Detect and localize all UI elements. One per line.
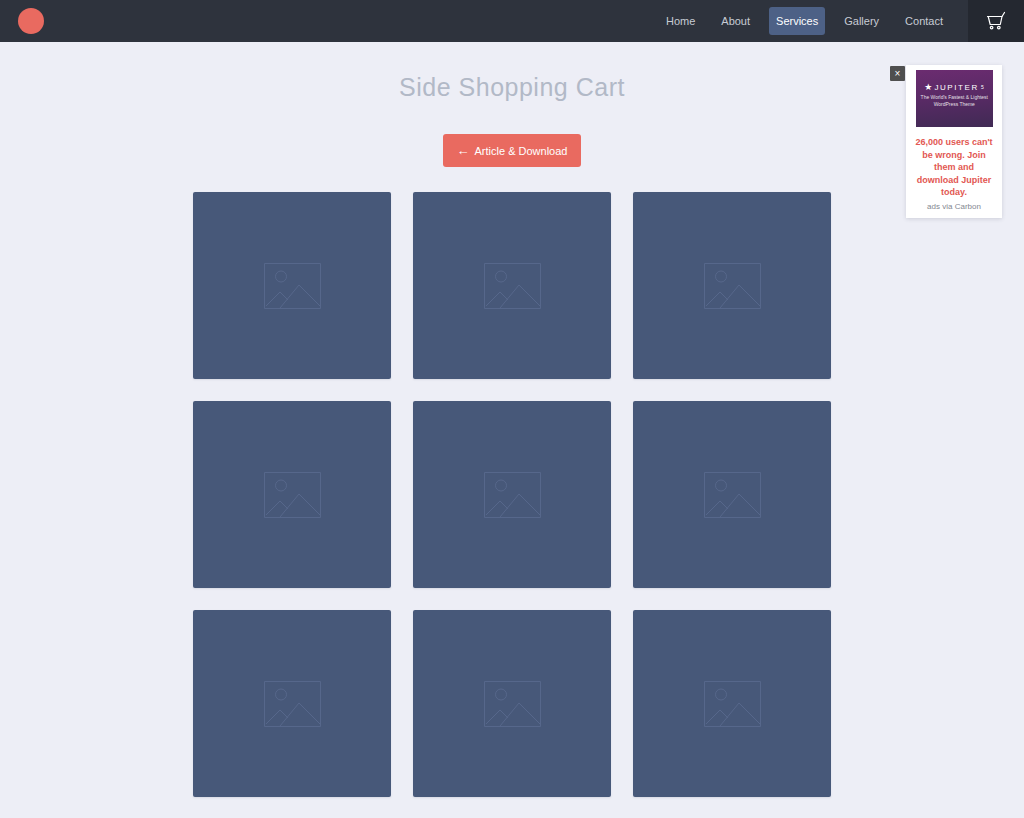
carbon-ad: × ★ JUPITER 5 The World's Fastest & Ligh… xyxy=(906,65,1002,218)
star-icon: ★ xyxy=(924,82,932,92)
main-nav: Home About Services Gallery Contact xyxy=(653,0,956,42)
article-download-button[interactable]: ← Article & Download xyxy=(443,134,582,167)
ad-tagline: The World's Fastest & Lightest WordPress… xyxy=(920,95,987,107)
page-title: Side Shopping Cart xyxy=(0,42,1024,102)
image-grid xyxy=(193,192,831,797)
image-placeholder-icon xyxy=(704,681,761,727)
image-placeholder-tile[interactable] xyxy=(413,401,611,588)
main-content: Side Shopping Cart ← Article & Download xyxy=(0,42,1024,797)
image-placeholder-icon xyxy=(484,681,541,727)
image-placeholder-tile[interactable] xyxy=(193,610,391,797)
image-placeholder-icon xyxy=(704,263,761,309)
ad-brand-superscript: 5 xyxy=(981,84,984,90)
image-placeholder-icon xyxy=(264,263,321,309)
nav-item-contact[interactable]: Contact xyxy=(892,0,956,42)
close-icon[interactable]: × xyxy=(890,66,905,81)
ad-image[interactable]: ★ JUPITER 5 The World's Fastest & Lighte… xyxy=(916,70,993,127)
image-placeholder-icon xyxy=(264,472,321,518)
ad-attribution[interactable]: ads via Carbon xyxy=(910,202,998,211)
nav-item-about[interactable]: About xyxy=(708,0,763,42)
image-placeholder-icon xyxy=(264,681,321,727)
cart-button[interactable] xyxy=(968,0,1024,42)
nav-item-home[interactable]: Home xyxy=(653,0,708,42)
image-placeholder-tile[interactable] xyxy=(193,192,391,379)
image-placeholder-icon xyxy=(704,472,761,518)
image-placeholder-icon xyxy=(484,472,541,518)
ad-brand: ★ JUPITER 5 xyxy=(924,82,983,92)
nav-item-gallery[interactable]: Gallery xyxy=(831,0,892,42)
image-placeholder-icon xyxy=(484,263,541,309)
article-download-label: Article & Download xyxy=(475,145,568,157)
image-placeholder-tile[interactable] xyxy=(193,401,391,588)
ad-message[interactable]: 26,000 users can't be wrong. Join them a… xyxy=(912,136,996,199)
ad-tagline-line2: WordPress Theme xyxy=(920,101,987,107)
shopping-cart-icon xyxy=(985,11,1007,31)
image-placeholder-tile[interactable] xyxy=(633,192,831,379)
nav-item-services[interactable]: Services xyxy=(769,7,825,35)
image-placeholder-tile[interactable] xyxy=(413,610,611,797)
image-placeholder-tile[interactable] xyxy=(413,192,611,379)
ad-brand-name: JUPITER xyxy=(934,83,979,92)
logo-circle[interactable] xyxy=(18,8,44,34)
image-placeholder-tile[interactable] xyxy=(633,610,831,797)
left-arrow-icon: ← xyxy=(457,144,470,157)
navbar: Home About Services Gallery Contact xyxy=(0,0,1024,42)
image-placeholder-tile[interactable] xyxy=(633,401,831,588)
